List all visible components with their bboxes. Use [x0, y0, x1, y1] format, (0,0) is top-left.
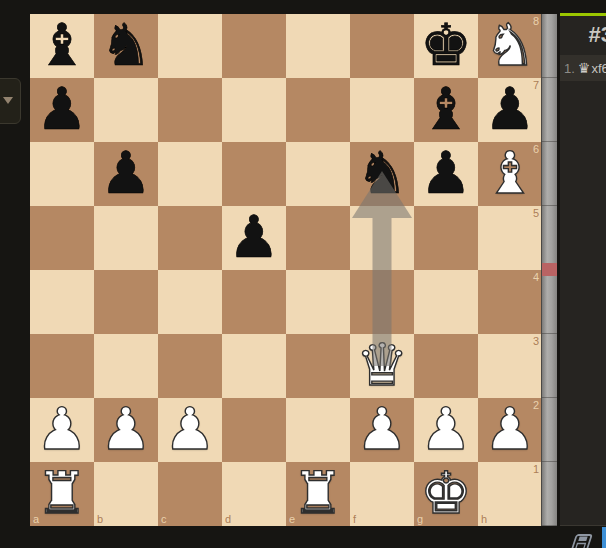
- square-h5[interactable]: [478, 206, 542, 270]
- board-scrollbar[interactable]: [541, 14, 557, 526]
- black-pawn-b6[interactable]: ♟: [94, 142, 158, 206]
- square-d2[interactable]: [222, 398, 286, 462]
- move-number: 1.: [564, 61, 575, 76]
- square-a5[interactable]: [30, 206, 94, 270]
- square-c5[interactable]: [158, 206, 222, 270]
- square-b4[interactable]: [94, 270, 158, 334]
- white-bishop-h6[interactable]: ♝: [478, 142, 542, 206]
- square-e2[interactable]: [286, 398, 350, 462]
- board: ♝♞♚♞♟♝♟♟♞♟♝♟♛♟♟♟♟♟♟♜♜♚: [30, 14, 542, 526]
- move-list-item[interactable]: 1. ♛ xf6: [560, 55, 606, 81]
- puzzle-panel: #3 1. ♛ xf6: [560, 13, 606, 526]
- move-notation: xf6: [591, 61, 606, 76]
- black-pawn-d5[interactable]: ♟: [222, 206, 286, 270]
- square-e7[interactable]: [286, 78, 350, 142]
- black-pawn-a7[interactable]: ♟: [30, 78, 94, 142]
- square-f7[interactable]: [350, 78, 414, 142]
- black-pawn-h7[interactable]: ♟: [478, 78, 542, 142]
- black-pawn-g6[interactable]: ♟: [414, 142, 478, 206]
- white-pawn-h2[interactable]: ♟: [478, 398, 542, 462]
- square-c7[interactable]: [158, 78, 222, 142]
- square-h3[interactable]: [478, 334, 542, 398]
- puzzle-goal-title: #3: [589, 22, 606, 48]
- white-pawn-g2[interactable]: ♟: [414, 398, 478, 462]
- black-knight-f6[interactable]: ♞: [350, 142, 414, 206]
- square-d6[interactable]: [222, 142, 286, 206]
- square-c4[interactable]: [158, 270, 222, 334]
- white-rook-e1[interactable]: ♜: [286, 462, 350, 526]
- square-h1[interactable]: [478, 462, 542, 526]
- white-pawn-c2[interactable]: ♟: [158, 398, 222, 462]
- square-a6[interactable]: [30, 142, 94, 206]
- square-c6[interactable]: [158, 142, 222, 206]
- square-c3[interactable]: [158, 334, 222, 398]
- chessboard: ♝♞♚♞♟♝♟♟♞♟♝♟♛♟♟♟♟♟♟♜♜♚ 87654321abcdefgh: [30, 14, 542, 526]
- square-b5[interactable]: [94, 206, 158, 270]
- square-c1[interactable]: [158, 462, 222, 526]
- square-e6[interactable]: [286, 142, 350, 206]
- gauge-marker: [542, 263, 557, 276]
- square-c8[interactable]: [158, 14, 222, 78]
- save-disk-icon[interactable]: [570, 534, 594, 548]
- white-rook-a1[interactable]: ♜: [30, 462, 94, 526]
- clipped-edge-element: [602, 527, 606, 548]
- square-f5[interactable]: [350, 206, 414, 270]
- white-pawn-a2[interactable]: ♟: [30, 398, 94, 462]
- black-king-g8[interactable]: ♚: [414, 14, 478, 78]
- square-d8[interactable]: [222, 14, 286, 78]
- white-pawn-f2[interactable]: ♟: [350, 398, 414, 462]
- black-knight-b8[interactable]: ♞: [94, 14, 158, 78]
- collapsed-menu-button[interactable]: [0, 78, 21, 124]
- white-knight-h8[interactable]: ♞: [478, 14, 542, 78]
- square-f4[interactable]: [350, 270, 414, 334]
- square-b1[interactable]: [94, 462, 158, 526]
- square-a4[interactable]: [30, 270, 94, 334]
- square-d7[interactable]: [222, 78, 286, 142]
- square-b3[interactable]: [94, 334, 158, 398]
- square-f1[interactable]: [350, 462, 414, 526]
- square-h4[interactable]: [478, 270, 542, 334]
- chevron-down-icon: [3, 97, 13, 104]
- white-king-g1[interactable]: ♚: [414, 462, 478, 526]
- square-f8[interactable]: [350, 14, 414, 78]
- square-e3[interactable]: [286, 334, 350, 398]
- white-pawn-b2[interactable]: ♟: [94, 398, 158, 462]
- square-a3[interactable]: [30, 334, 94, 398]
- square-e5[interactable]: [286, 206, 350, 270]
- square-g5[interactable]: [414, 206, 478, 270]
- square-d1[interactable]: [222, 462, 286, 526]
- square-g4[interactable]: [414, 270, 478, 334]
- black-bishop-a8[interactable]: ♝: [30, 14, 94, 78]
- white-queen-f3[interactable]: ♛: [350, 334, 414, 398]
- square-d3[interactable]: [222, 334, 286, 398]
- square-b7[interactable]: [94, 78, 158, 142]
- queen-piece-icon: ♛: [578, 60, 591, 76]
- black-bishop-g7[interactable]: ♝: [414, 78, 478, 142]
- square-d4[interactable]: [222, 270, 286, 334]
- square-e4[interactable]: [286, 270, 350, 334]
- square-e8[interactable]: [286, 14, 350, 78]
- square-g3[interactable]: [414, 334, 478, 398]
